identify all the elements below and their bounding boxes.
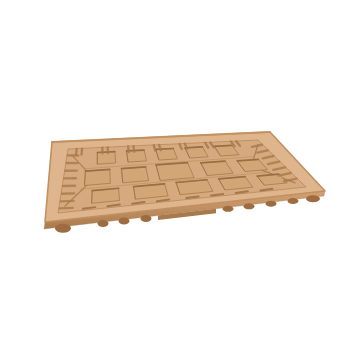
pocket bbox=[85, 169, 111, 185]
rim-notch bbox=[154, 145, 156, 150]
rim-notch bbox=[159, 145, 161, 150]
tray-illustration bbox=[0, 0, 350, 350]
pocket-shadow-edge bbox=[97, 152, 115, 153]
tray-foot bbox=[306, 195, 320, 202]
tray-foot bbox=[223, 206, 234, 212]
pocket-shadow-edge bbox=[156, 148, 174, 149]
pocket bbox=[156, 163, 194, 181]
pocket-shadow-edge bbox=[214, 145, 232, 146]
tray-foot bbox=[55, 224, 71, 233]
tray-foot bbox=[266, 201, 277, 207]
comb-ridge-left bbox=[60, 208, 73, 209]
rim-notch bbox=[133, 146, 134, 152]
product-photo bbox=[0, 0, 350, 350]
tray-foot bbox=[141, 215, 152, 222]
rim-notch bbox=[76, 149, 77, 155]
tray-foot bbox=[288, 198, 299, 204]
pocket bbox=[121, 167, 148, 183]
pocket bbox=[156, 149, 178, 161]
rim-notch bbox=[81, 149, 82, 155]
tray-foot bbox=[119, 218, 130, 225]
tray-foot bbox=[98, 220, 109, 227]
rim-notch bbox=[128, 146, 129, 152]
pocket bbox=[97, 152, 116, 165]
tray-foot bbox=[244, 203, 255, 209]
pulp-tray bbox=[44, 132, 325, 233]
